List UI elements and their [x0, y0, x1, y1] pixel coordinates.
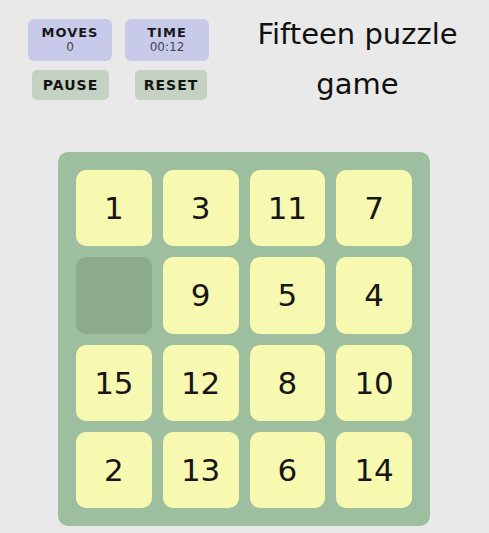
- tile-9[interactable]: 9: [163, 257, 239, 333]
- pause-button[interactable]: PAUSE: [32, 70, 109, 100]
- tile-11[interactable]: 11: [250, 170, 326, 246]
- time-label: TIME: [147, 26, 187, 40]
- tile-4[interactable]: 4: [336, 257, 412, 333]
- tile-13[interactable]: 13: [163, 432, 239, 508]
- board-grid: 131179541512810213614: [76, 170, 412, 508]
- moves-label: MOVES: [42, 26, 99, 40]
- tile-3[interactable]: 3: [163, 170, 239, 246]
- time-value: 00:12: [150, 41, 185, 54]
- tile-5[interactable]: 5: [250, 257, 326, 333]
- tile-2[interactable]: 2: [76, 432, 152, 508]
- tile-10[interactable]: 10: [336, 345, 412, 421]
- tile-14[interactable]: 14: [336, 432, 412, 508]
- tile-15[interactable]: 15: [76, 345, 152, 421]
- page-title: Fifteen puzzle game: [230, 10, 485, 110]
- tile-7[interactable]: 7: [336, 170, 412, 246]
- tile-8[interactable]: 8: [250, 345, 326, 421]
- time-counter: TIME 00:12: [125, 19, 209, 61]
- moves-counter: MOVES 0: [28, 19, 112, 61]
- tile-1[interactable]: 1: [76, 170, 152, 246]
- reset-button[interactable]: RESET: [135, 70, 207, 100]
- empty-cell: [76, 257, 152, 333]
- moves-value: 0: [66, 41, 74, 54]
- tile-6[interactable]: 6: [250, 432, 326, 508]
- puzzle-board: 131179541512810213614: [58, 152, 430, 526]
- tile-12[interactable]: 12: [163, 345, 239, 421]
